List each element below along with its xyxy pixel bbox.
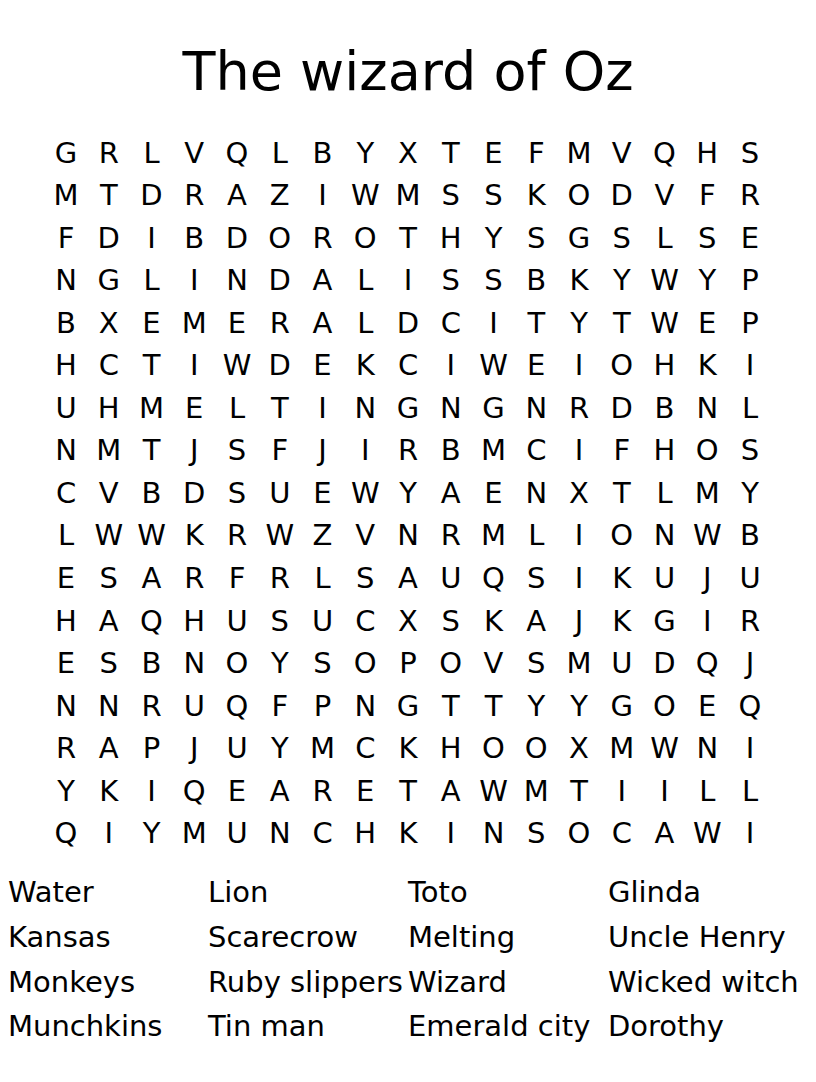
grid-cell[interactable]: E xyxy=(301,345,344,388)
grid-cell[interactable]: J xyxy=(173,430,216,473)
grid-cell[interactable]: C xyxy=(45,472,88,515)
grid-cell[interactable]: L xyxy=(729,770,772,813)
grid-cell[interactable]: Y xyxy=(45,770,88,813)
grid-cell[interactable]: D xyxy=(173,472,216,515)
grid-cell[interactable]: C xyxy=(387,345,430,388)
grid-cell[interactable]: S xyxy=(515,642,558,685)
puzzle-title: The wizard of Oz xyxy=(0,40,816,105)
grid-cell[interactable]: R xyxy=(729,174,772,217)
grid-cell[interactable]: S xyxy=(729,430,772,473)
grid-cell[interactable]: U xyxy=(173,685,216,728)
grid-cell[interactable]: Q xyxy=(729,685,772,728)
grid-cell[interactable]: H xyxy=(344,813,387,856)
grid-cell[interactable]: T xyxy=(515,302,558,345)
grid-cell[interactable]: I xyxy=(729,727,772,770)
grid-cell[interactable]: E xyxy=(130,302,173,345)
grid-cell[interactable]: P xyxy=(729,302,772,345)
grid-cell[interactable]: Q xyxy=(173,770,216,813)
grid-cell[interactable]: V xyxy=(600,132,643,175)
grid-cell[interactable]: Y xyxy=(387,472,430,515)
grid-cell[interactable]: I xyxy=(729,345,772,388)
word-search-worksheet: The wizard of Oz GRLVQLBYXTEFMVQHSMTDRAZ… xyxy=(0,40,816,1049)
grid-cell[interactable]: E xyxy=(173,387,216,430)
grid-cell[interactable]: O xyxy=(558,174,601,217)
grid-cell[interactable]: S xyxy=(600,217,643,260)
grid-cell[interactable]: O xyxy=(515,727,558,770)
grid-cell[interactable]: E xyxy=(344,770,387,813)
grid-cell[interactable]: S xyxy=(686,217,729,260)
grid-cell[interactable]: R xyxy=(45,727,88,770)
grid-cell[interactable]: N xyxy=(45,685,88,728)
grid-cell[interactable]: Y xyxy=(130,813,173,856)
grid-cell[interactable]: V xyxy=(87,472,130,515)
grid-cell[interactable]: N xyxy=(87,685,130,728)
grid-cell[interactable]: S xyxy=(258,600,301,643)
grid-cell[interactable]: I xyxy=(600,770,643,813)
grid-cell[interactable]: K xyxy=(472,600,515,643)
grid-cell[interactable]: N xyxy=(216,259,259,302)
grid-cell[interactable]: I xyxy=(729,813,772,856)
grid-cell[interactable]: C xyxy=(515,430,558,473)
grid-cell[interactable]: Y xyxy=(600,259,643,302)
grid-cell[interactable]: S xyxy=(344,557,387,600)
grid-cell[interactable]: N xyxy=(686,387,729,430)
grid-cell[interactable]: H xyxy=(643,345,686,388)
grid-cell[interactable]: A xyxy=(87,727,130,770)
grid-cell[interactable]: E xyxy=(515,345,558,388)
grid-cell[interactable]: E xyxy=(216,770,259,813)
grid-cell[interactable]: L xyxy=(130,132,173,175)
grid-cell[interactable]: Q xyxy=(643,132,686,175)
grid-cell[interactable]: W xyxy=(344,174,387,217)
grid-cell[interactable]: R xyxy=(429,515,472,558)
grid-cell[interactable]: I xyxy=(130,217,173,260)
grid-cell[interactable]: I xyxy=(429,813,472,856)
grid-cell[interactable]: B xyxy=(173,217,216,260)
grid-cell[interactable]: U xyxy=(45,387,88,430)
grid-cell[interactable]: L xyxy=(130,259,173,302)
grid-cell[interactable]: Q xyxy=(686,642,729,685)
grid-cell[interactable]: L xyxy=(729,387,772,430)
grid-cell[interactable]: W xyxy=(258,515,301,558)
grid-cell[interactable]: S xyxy=(515,217,558,260)
grid-cell[interactable]: T xyxy=(130,345,173,388)
grid-cell[interactable]: T xyxy=(87,174,130,217)
grid-cell[interactable]: R xyxy=(558,387,601,430)
grid-cell[interactable]: G xyxy=(600,685,643,728)
grid-cell[interactable]: T xyxy=(429,685,472,728)
grid-cell[interactable]: F xyxy=(216,557,259,600)
grid-cell[interactable]: Z xyxy=(258,174,301,217)
grid-cell[interactable]: I xyxy=(558,345,601,388)
grid-cell[interactable]: W xyxy=(472,345,515,388)
grid-cell[interactable]: N xyxy=(472,813,515,856)
grid-cell[interactable]: T xyxy=(130,430,173,473)
grid-cell[interactable]: E xyxy=(216,302,259,345)
grid-cell[interactable]: I xyxy=(387,259,430,302)
grid-cell[interactable]: I xyxy=(87,813,130,856)
grid-cell[interactable]: D xyxy=(387,302,430,345)
grid-cell[interactable]: W xyxy=(643,259,686,302)
grid-cell[interactable]: E xyxy=(472,132,515,175)
grid-cell[interactable]: D xyxy=(130,174,173,217)
grid-cell[interactable]: Q xyxy=(216,685,259,728)
grid-cell[interactable]: F xyxy=(45,217,88,260)
grid-cell[interactable]: T xyxy=(258,387,301,430)
grid-cell[interactable]: L xyxy=(216,387,259,430)
grid-cell[interactable]: T xyxy=(387,770,430,813)
grid-cell[interactable]: M xyxy=(173,813,216,856)
grid-cell[interactable]: N xyxy=(515,472,558,515)
grid-cell[interactable]: T xyxy=(429,132,472,175)
grid-cell[interactable]: H xyxy=(45,600,88,643)
grid-cell[interactable]: M xyxy=(558,132,601,175)
grid-cell[interactable]: L xyxy=(45,515,88,558)
grid-cell[interactable]: N xyxy=(515,387,558,430)
grid-cell[interactable]: K xyxy=(686,345,729,388)
grid-cell[interactable]: U xyxy=(258,472,301,515)
grid-cell[interactable]: G xyxy=(643,600,686,643)
grid-cell[interactable]: D xyxy=(643,642,686,685)
grid-cell[interactable]: N xyxy=(173,642,216,685)
word-list: WaterLionTotoGlindaKansasScarecrowMeltin… xyxy=(0,870,816,1049)
grid-cell[interactable]: Y xyxy=(472,217,515,260)
grid-cell[interactable]: M xyxy=(600,727,643,770)
grid-cell[interactable]: H xyxy=(45,345,88,388)
grid-cell[interactable]: E xyxy=(472,472,515,515)
grid-cell[interactable]: E xyxy=(686,685,729,728)
grid-cell[interactable]: U xyxy=(643,557,686,600)
grid-cell[interactable]: K xyxy=(558,259,601,302)
word-list-item: Toto xyxy=(408,870,608,915)
grid-cell[interactable]: N xyxy=(429,387,472,430)
grid-cell[interactable]: Z xyxy=(301,515,344,558)
grid-cell[interactable]: U xyxy=(301,600,344,643)
grid-cell[interactable]: W xyxy=(130,515,173,558)
grid-cell[interactable]: O xyxy=(429,642,472,685)
grid-cell[interactable]: U xyxy=(429,557,472,600)
grid-cell[interactable]: X xyxy=(558,472,601,515)
grid-cell[interactable]: M xyxy=(387,174,430,217)
grid-cell[interactable]: I xyxy=(686,600,729,643)
grid-cell[interactable]: S xyxy=(472,259,515,302)
grid-cell[interactable]: D xyxy=(258,259,301,302)
grid-cell[interactable]: D xyxy=(258,345,301,388)
grid-cell[interactable]: G xyxy=(387,387,430,430)
grid-cell[interactable]: E xyxy=(301,472,344,515)
grid-cell[interactable]: T xyxy=(472,685,515,728)
grid-cell[interactable]: R xyxy=(258,302,301,345)
grid-cell[interactable]: N xyxy=(387,515,430,558)
grid-cell[interactable]: R xyxy=(301,770,344,813)
grid-cell[interactable]: B xyxy=(130,642,173,685)
grid-cell[interactable]: C xyxy=(301,813,344,856)
grid-cell[interactable]: B xyxy=(729,515,772,558)
grid-cell[interactable]: S xyxy=(87,557,130,600)
grid-cell[interactable]: E xyxy=(45,557,88,600)
grid-cell[interactable]: I xyxy=(558,430,601,473)
grid-cell[interactable]: B xyxy=(429,430,472,473)
grid-cell[interactable]: D xyxy=(600,387,643,430)
grid-cell[interactable]: G xyxy=(45,132,88,175)
grid-cell[interactable]: W xyxy=(643,302,686,345)
grid-cell[interactable]: A xyxy=(429,472,472,515)
grid-cell[interactable]: U xyxy=(216,600,259,643)
grid-cell[interactable]: Y xyxy=(344,132,387,175)
grid-cell[interactable]: G xyxy=(558,217,601,260)
grid-cell[interactable]: K xyxy=(344,345,387,388)
grid-cell[interactable]: G xyxy=(387,685,430,728)
grid-cell[interactable]: K xyxy=(515,174,558,217)
grid-cell[interactable]: M xyxy=(301,727,344,770)
grid-cell[interactable]: F xyxy=(258,685,301,728)
grid-cell[interactable]: R xyxy=(258,557,301,600)
grid-cell[interactable]: I xyxy=(130,770,173,813)
grid-cell[interactable]: R xyxy=(729,600,772,643)
grid-cell[interactable]: H xyxy=(686,132,729,175)
grid-cell[interactable]: H xyxy=(87,387,130,430)
grid-cell[interactable]: G xyxy=(472,387,515,430)
grid-cell[interactable]: W xyxy=(472,770,515,813)
grid-cell[interactable]: M xyxy=(686,472,729,515)
grid-cell[interactable]: R xyxy=(387,430,430,473)
grid-cell[interactable]: T xyxy=(387,217,430,260)
grid-cell[interactable]: O xyxy=(600,345,643,388)
grid-cell[interactable]: Y xyxy=(515,685,558,728)
grid-cell[interactable]: S xyxy=(515,557,558,600)
grid-cell[interactable]: P xyxy=(729,259,772,302)
grid-cell[interactable]: A xyxy=(258,770,301,813)
grid-cell[interactable]: O xyxy=(643,685,686,728)
grid-cell[interactable]: B xyxy=(130,472,173,515)
word-list-item: Lion xyxy=(208,870,408,915)
grid-cell[interactable]: Y xyxy=(258,642,301,685)
grid-cell[interactable]: X xyxy=(387,600,430,643)
grid-cell[interactable]: K xyxy=(387,813,430,856)
grid-cell[interactable]: R xyxy=(216,515,259,558)
grid-cell[interactable]: A xyxy=(515,600,558,643)
grid-cell[interactable]: S xyxy=(515,813,558,856)
grid-cell[interactable]: P xyxy=(387,642,430,685)
grid-cell[interactable]: A xyxy=(301,259,344,302)
grid-cell[interactable]: Y xyxy=(729,472,772,515)
grid-cell[interactable]: R xyxy=(301,217,344,260)
grid-cell[interactable]: I xyxy=(344,430,387,473)
grid-cell[interactable]: W xyxy=(643,727,686,770)
grid-cell[interactable]: J xyxy=(173,727,216,770)
grid-cell[interactable]: N xyxy=(344,685,387,728)
grid-cell[interactable]: E xyxy=(686,302,729,345)
grid-cell[interactable]: X xyxy=(387,132,430,175)
grid-cell[interactable]: L xyxy=(344,259,387,302)
grid-cell[interactable]: S xyxy=(216,430,259,473)
grid-cell[interactable]: B xyxy=(515,259,558,302)
grid-cell[interactable]: F xyxy=(515,132,558,175)
grid-cell[interactable]: I xyxy=(173,345,216,388)
grid-cell[interactable]: L xyxy=(344,302,387,345)
grid-cell[interactable]: H xyxy=(173,600,216,643)
grid-cell[interactable]: O xyxy=(344,642,387,685)
grid-cell[interactable]: P xyxy=(301,685,344,728)
grid-cell[interactable]: M xyxy=(173,302,216,345)
grid-cell[interactable]: M xyxy=(472,430,515,473)
grid-cell[interactable]: I xyxy=(472,302,515,345)
grid-cell[interactable]: Q xyxy=(216,132,259,175)
grid-cell[interactable]: O xyxy=(558,813,601,856)
grid-cell[interactable]: R xyxy=(130,685,173,728)
grid-cell[interactable]: L xyxy=(515,515,558,558)
grid-cell[interactable]: E xyxy=(729,217,772,260)
grid-cell[interactable]: K xyxy=(87,770,130,813)
grid-cell[interactable]: H xyxy=(429,217,472,260)
grid-cell[interactable]: K xyxy=(387,727,430,770)
grid-cell[interactable]: A xyxy=(429,770,472,813)
grid-cell[interactable]: O xyxy=(686,430,729,473)
word-list-item: Water xyxy=(8,870,208,915)
grid-cell[interactable]: S xyxy=(429,259,472,302)
grid-cell[interactable]: R xyxy=(173,557,216,600)
grid-cell[interactable]: C xyxy=(344,727,387,770)
grid-cell[interactable]: O xyxy=(216,642,259,685)
grid-cell[interactable]: K xyxy=(600,557,643,600)
grid-cell[interactable]: S xyxy=(429,174,472,217)
grid-cell[interactable]: O xyxy=(344,217,387,260)
grid-cell[interactable]: F xyxy=(600,430,643,473)
grid-cell[interactable]: M xyxy=(130,387,173,430)
grid-cell[interactable]: R xyxy=(87,132,130,175)
grid-cell[interactable]: I xyxy=(301,174,344,217)
grid-cell[interactable]: N xyxy=(45,259,88,302)
grid-cell[interactable]: O xyxy=(600,515,643,558)
word-list-item: Munchkins xyxy=(8,1004,208,1049)
grid-cell[interactable]: V xyxy=(344,515,387,558)
grid-cell[interactable]: I xyxy=(558,557,601,600)
grid-cell[interactable]: C xyxy=(429,302,472,345)
grid-cell[interactable]: Q xyxy=(45,813,88,856)
grid-cell[interactable]: U xyxy=(600,642,643,685)
grid-cell[interactable]: W xyxy=(686,813,729,856)
grid-cell[interactable]: F xyxy=(258,430,301,473)
grid-cell[interactable]: H xyxy=(643,430,686,473)
grid-cell[interactable]: J xyxy=(729,642,772,685)
word-list-item: Tin man xyxy=(208,1004,408,1049)
grid-cell[interactable]: I xyxy=(173,259,216,302)
grid-cell[interactable]: I xyxy=(643,770,686,813)
grid-cell[interactable]: E xyxy=(45,642,88,685)
grid-cell[interactable]: T xyxy=(558,770,601,813)
grid-cell[interactable]: G xyxy=(87,259,130,302)
grid-cell[interactable]: J xyxy=(301,430,344,473)
grid-cell[interactable]: A xyxy=(643,813,686,856)
grid-cell[interactable]: D xyxy=(216,217,259,260)
grid-cell[interactable]: V xyxy=(173,132,216,175)
grid-cell[interactable]: U xyxy=(729,557,772,600)
grid-cell[interactable]: W xyxy=(344,472,387,515)
grid-cell[interactable]: L xyxy=(301,557,344,600)
grid-cell[interactable]: O xyxy=(258,217,301,260)
grid-cell[interactable]: S xyxy=(429,600,472,643)
grid-cell[interactable]: U xyxy=(216,813,259,856)
grid-cell[interactable]: L xyxy=(686,770,729,813)
grid-cell[interactable]: B xyxy=(45,302,88,345)
grid-cell[interactable]: A xyxy=(87,600,130,643)
grid-cell[interactable]: S xyxy=(472,174,515,217)
grid-cell[interactable]: L xyxy=(643,472,686,515)
grid-cell[interactable]: M xyxy=(45,174,88,217)
grid-cell[interactable]: N xyxy=(344,387,387,430)
grid-cell[interactable]: R xyxy=(173,174,216,217)
grid-cell[interactable]: N xyxy=(686,727,729,770)
grid-cell[interactable]: T xyxy=(600,472,643,515)
grid-cell[interactable]: A xyxy=(130,557,173,600)
grid-cell[interactable]: Y xyxy=(558,685,601,728)
grid-cell[interactable]: N xyxy=(643,515,686,558)
grid-cell[interactable]: L xyxy=(643,217,686,260)
word-list-item: Dorothy xyxy=(608,1004,808,1049)
grid-cell[interactable]: A xyxy=(387,557,430,600)
grid-cell[interactable]: Y xyxy=(558,302,601,345)
grid-cell[interactable]: W xyxy=(87,515,130,558)
word-list-item: Glinda xyxy=(608,870,808,915)
grid-cell[interactable]: K xyxy=(600,600,643,643)
grid-cell[interactable]: M xyxy=(472,515,515,558)
grid-cell[interactable]: B xyxy=(643,387,686,430)
grid-cell[interactable]: X xyxy=(87,302,130,345)
grid-cell[interactable]: A xyxy=(216,174,259,217)
grid-cell[interactable]: C xyxy=(344,600,387,643)
grid-cell[interactable]: M xyxy=(515,770,558,813)
grid-cell[interactable]: V xyxy=(472,642,515,685)
grid-cell[interactable]: J xyxy=(686,557,729,600)
grid-cell[interactable]: N xyxy=(258,813,301,856)
grid-cell[interactable]: S xyxy=(729,132,772,175)
grid-cell[interactable]: C xyxy=(600,813,643,856)
grid-cell[interactable]: S xyxy=(87,642,130,685)
grid-cell[interactable]: C xyxy=(87,345,130,388)
grid-cell[interactable]: D xyxy=(87,217,130,260)
grid-cell[interactable]: I xyxy=(429,345,472,388)
grid-cell[interactable]: Y xyxy=(258,727,301,770)
grid-cell[interactable]: D xyxy=(600,174,643,217)
grid-cell[interactable]: N xyxy=(45,430,88,473)
grid-cell[interactable]: K xyxy=(173,515,216,558)
grid-cell[interactable]: S xyxy=(216,472,259,515)
grid-cell[interactable]: O xyxy=(472,727,515,770)
grid-cell[interactable]: B xyxy=(301,132,344,175)
grid-cell[interactable]: Q xyxy=(130,600,173,643)
grid-cell[interactable]: W xyxy=(686,515,729,558)
grid-cell[interactable]: I xyxy=(558,515,601,558)
grid-cell[interactable]: Q xyxy=(472,557,515,600)
grid-cell[interactable]: Y xyxy=(686,259,729,302)
grid-cell[interactable]: P xyxy=(130,727,173,770)
grid-cell[interactable]: F xyxy=(686,174,729,217)
grid-cell[interactable]: U xyxy=(216,727,259,770)
grid-cell[interactable]: L xyxy=(258,132,301,175)
grid-cell[interactable]: T xyxy=(600,302,643,345)
grid-cell[interactable]: S xyxy=(301,642,344,685)
grid-cell[interactable]: J xyxy=(558,600,601,643)
grid-cell[interactable]: M xyxy=(87,430,130,473)
grid-cell[interactable]: V xyxy=(643,174,686,217)
grid-cell[interactable]: H xyxy=(429,727,472,770)
grid-cell[interactable]: W xyxy=(216,345,259,388)
grid-cell[interactable]: X xyxy=(558,727,601,770)
grid-cell[interactable]: M xyxy=(558,642,601,685)
grid-cell[interactable]: A xyxy=(301,302,344,345)
word-list-item: Emerald city xyxy=(408,1004,608,1049)
grid-cell[interactable]: I xyxy=(301,387,344,430)
